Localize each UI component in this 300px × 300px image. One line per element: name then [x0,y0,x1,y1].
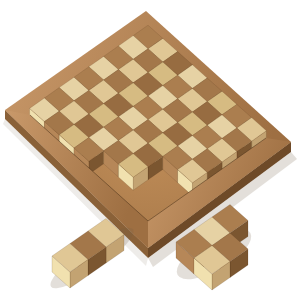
product-photo-wooden-chessboard-puzzle: Overhead product photo of a wooden chess… [0,0,300,300]
puzzle-scene [0,0,300,300]
